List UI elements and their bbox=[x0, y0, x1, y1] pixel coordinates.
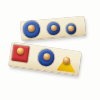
wooden-knob-large-circle bbox=[28, 25, 35, 32]
photo-scene bbox=[0, 0, 100, 100]
wooden-knob-circle bbox=[42, 53, 50, 61]
wooden-knob-medium-circle bbox=[50, 24, 57, 31]
puzzle-board-shapes bbox=[9, 42, 82, 76]
wooden-knob-triangle bbox=[63, 57, 70, 64]
wooden-knob-small-circle bbox=[68, 25, 74, 31]
puzzle-board-circles bbox=[20, 16, 85, 41]
